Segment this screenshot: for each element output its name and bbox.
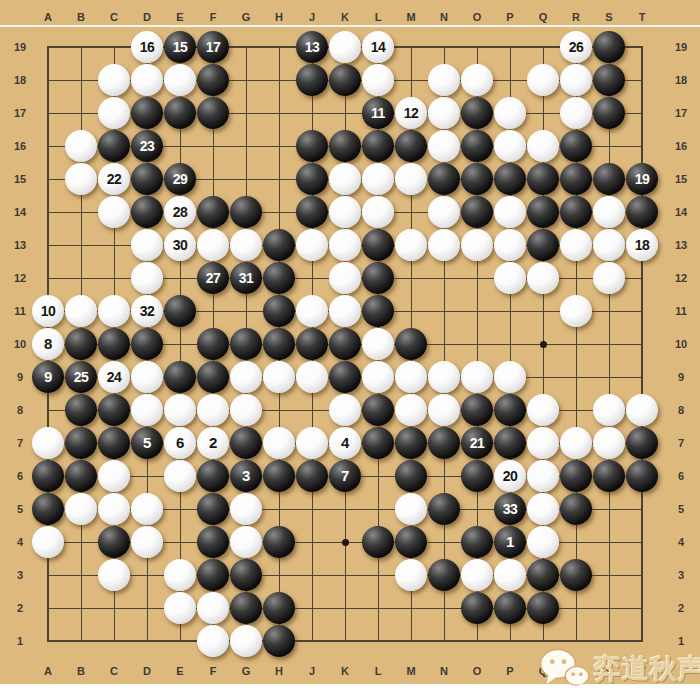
stone xyxy=(164,64,196,96)
stone xyxy=(560,493,592,525)
stone xyxy=(197,97,229,129)
row-label-right: 14 xyxy=(668,206,694,218)
stone xyxy=(329,295,361,327)
stone xyxy=(131,64,163,96)
column-label-bottom: M xyxy=(401,665,421,677)
stone: 20 xyxy=(494,460,526,492)
move-number: 31 xyxy=(239,271,254,285)
stone: 18 xyxy=(626,229,658,261)
stone xyxy=(395,163,427,195)
stone xyxy=(230,361,262,393)
column-label-top: D xyxy=(137,11,157,23)
move-number: 23 xyxy=(140,139,155,153)
column-label-bottom: J xyxy=(302,665,322,677)
stone xyxy=(65,460,97,492)
stone xyxy=(626,394,658,426)
stone xyxy=(461,526,493,558)
stone xyxy=(164,592,196,624)
stone xyxy=(164,394,196,426)
stone xyxy=(131,328,163,360)
stone xyxy=(527,394,559,426)
row-label-right: 10 xyxy=(668,338,694,350)
stone xyxy=(263,427,295,459)
row-label-right: 19 xyxy=(668,41,694,53)
row-label-left: 5 xyxy=(8,503,32,515)
stone xyxy=(428,229,460,261)
stone xyxy=(593,31,625,63)
stone xyxy=(593,163,625,195)
grid-line-horizontal xyxy=(47,640,643,642)
stone xyxy=(230,625,262,657)
stone xyxy=(428,559,460,591)
stone xyxy=(395,427,427,459)
stone xyxy=(131,526,163,558)
stone xyxy=(395,526,427,558)
stone: 30 xyxy=(164,229,196,261)
stone: 6 xyxy=(164,427,196,459)
stone xyxy=(65,394,97,426)
stone xyxy=(329,64,361,96)
move-number: 20 xyxy=(503,469,518,483)
column-label-bottom: H xyxy=(269,665,289,677)
stone xyxy=(296,130,328,162)
stone xyxy=(329,361,361,393)
move-number: 32 xyxy=(140,304,155,318)
stone: 8 xyxy=(32,328,64,360)
column-label-top: G xyxy=(236,11,256,23)
stone: 12 xyxy=(395,97,427,129)
stone: 7 xyxy=(329,460,361,492)
stone xyxy=(263,328,295,360)
stone xyxy=(296,460,328,492)
stone xyxy=(230,394,262,426)
stone xyxy=(329,163,361,195)
stone xyxy=(98,196,130,228)
grid-line-vertical xyxy=(641,46,643,642)
stone xyxy=(296,196,328,228)
move-number: 10 xyxy=(41,304,56,318)
row-label-left: 18 xyxy=(8,74,32,86)
column-label-top: A xyxy=(38,11,58,23)
stone: 9 xyxy=(32,361,64,393)
stone xyxy=(329,262,361,294)
stone xyxy=(428,427,460,459)
stone xyxy=(461,592,493,624)
stone xyxy=(461,361,493,393)
stone xyxy=(65,163,97,195)
stone xyxy=(98,394,130,426)
stone xyxy=(560,130,592,162)
move-number: 5 xyxy=(143,436,151,450)
stone: 1 xyxy=(494,526,526,558)
watermark-text: 弈道秋声 xyxy=(594,651,700,687)
stone: 26 xyxy=(560,31,592,63)
move-number: 22 xyxy=(107,172,122,186)
stone: 28 xyxy=(164,196,196,228)
stone xyxy=(230,229,262,261)
stone xyxy=(494,592,526,624)
row-label-right: 15 xyxy=(668,173,694,185)
stone: 32 xyxy=(131,295,163,327)
column-label-top: B xyxy=(71,11,91,23)
stone xyxy=(428,64,460,96)
stone xyxy=(461,196,493,228)
stone xyxy=(560,64,592,96)
move-number: 27 xyxy=(206,271,221,285)
row-label-right: 2 xyxy=(668,602,694,614)
stone xyxy=(593,97,625,129)
stone xyxy=(428,97,460,129)
stone xyxy=(527,526,559,558)
row-label-right: 18 xyxy=(668,74,694,86)
stone xyxy=(65,493,97,525)
stone xyxy=(329,394,361,426)
column-label-top: E xyxy=(170,11,190,23)
stone xyxy=(428,196,460,228)
stone xyxy=(230,559,262,591)
stone xyxy=(527,427,559,459)
stone xyxy=(593,460,625,492)
column-label-top: L xyxy=(368,11,388,23)
stone: 16 xyxy=(131,31,163,63)
stone xyxy=(527,262,559,294)
go-board: AA1919BB1818CC1717DD1616EE1515FF1414GG13… xyxy=(0,0,700,700)
stone xyxy=(593,394,625,426)
stone xyxy=(494,394,526,426)
stone xyxy=(98,526,130,558)
row-label-left: 14 xyxy=(8,206,32,218)
row-label-right: 17 xyxy=(668,107,694,119)
star-point xyxy=(540,341,547,348)
stone xyxy=(263,592,295,624)
stone xyxy=(98,64,130,96)
stone xyxy=(494,262,526,294)
column-label-bottom: P xyxy=(500,665,520,677)
stone xyxy=(65,328,97,360)
stone: 5 xyxy=(131,427,163,459)
stone: 24 xyxy=(98,361,130,393)
row-label-right: 4 xyxy=(668,536,694,548)
move-number: 16 xyxy=(140,40,155,54)
column-label-bottom: L xyxy=(368,665,388,677)
stone xyxy=(461,460,493,492)
stone xyxy=(362,130,394,162)
stone xyxy=(362,328,394,360)
move-number: 29 xyxy=(173,172,188,186)
stone xyxy=(197,592,229,624)
stone xyxy=(593,64,625,96)
stone xyxy=(329,229,361,261)
stone xyxy=(98,559,130,591)
stone xyxy=(626,460,658,492)
stone xyxy=(131,262,163,294)
move-number: 12 xyxy=(404,106,419,120)
stone xyxy=(329,196,361,228)
stone xyxy=(230,328,262,360)
stone xyxy=(461,97,493,129)
wechat-bubbles-icon xyxy=(538,647,590,691)
stone xyxy=(164,295,196,327)
stone: 33 xyxy=(494,493,526,525)
stone: 19 xyxy=(626,163,658,195)
stone xyxy=(329,328,361,360)
stone xyxy=(197,526,229,558)
stone xyxy=(197,493,229,525)
stone xyxy=(494,559,526,591)
column-label-top: R xyxy=(566,11,586,23)
column-label-top: P xyxy=(500,11,520,23)
column-label-top: J xyxy=(302,11,322,23)
row-label-left: 12 xyxy=(8,272,32,284)
move-number: 6 xyxy=(176,436,184,450)
stone xyxy=(560,163,592,195)
stone xyxy=(527,559,559,591)
stone xyxy=(494,427,526,459)
stone xyxy=(296,229,328,261)
stone xyxy=(395,394,427,426)
move-number: 25 xyxy=(74,370,89,384)
stone xyxy=(131,163,163,195)
stone xyxy=(527,130,559,162)
stone xyxy=(560,295,592,327)
row-label-left: 3 xyxy=(8,569,32,581)
move-number: 30 xyxy=(173,238,188,252)
stone xyxy=(65,130,97,162)
stone: 13 xyxy=(296,31,328,63)
stone: 23 xyxy=(131,130,163,162)
stone xyxy=(461,394,493,426)
stone xyxy=(626,196,658,228)
stone xyxy=(560,196,592,228)
stone xyxy=(197,394,229,426)
stone xyxy=(98,295,130,327)
stone xyxy=(428,394,460,426)
column-label-bottom: K xyxy=(335,665,355,677)
move-number: 19 xyxy=(635,172,650,186)
stone xyxy=(296,295,328,327)
stone xyxy=(527,163,559,195)
stone: 14 xyxy=(362,31,394,63)
stone xyxy=(197,229,229,261)
stone xyxy=(362,229,394,261)
stone: 27 xyxy=(197,262,229,294)
column-label-bottom: D xyxy=(137,665,157,677)
stone xyxy=(626,427,658,459)
stone xyxy=(329,31,361,63)
stone xyxy=(362,526,394,558)
stone xyxy=(494,97,526,129)
stone xyxy=(362,361,394,393)
stone xyxy=(593,262,625,294)
stone xyxy=(263,460,295,492)
column-label-top: T xyxy=(632,11,652,23)
stone xyxy=(32,427,64,459)
stone xyxy=(197,625,229,657)
move-number: 4 xyxy=(341,436,349,450)
row-label-left: 9 xyxy=(8,371,32,383)
row-label-left: 4 xyxy=(8,536,32,548)
go-game-diagram: AA1919BB1818CC1717DD1616EE1515FF1414GG13… xyxy=(0,0,700,700)
row-label-left: 6 xyxy=(8,470,32,482)
column-label-bottom: A xyxy=(38,665,58,677)
row-label-left: 8 xyxy=(8,404,32,416)
stone xyxy=(32,460,64,492)
column-label-top: H xyxy=(269,11,289,23)
stone xyxy=(560,97,592,129)
row-label-right: 11 xyxy=(668,305,694,317)
stone: 29 xyxy=(164,163,196,195)
row-label-left: 13 xyxy=(8,239,32,251)
row-label-left: 7 xyxy=(8,437,32,449)
stone xyxy=(296,427,328,459)
stone xyxy=(428,130,460,162)
column-label-bottom: C xyxy=(104,665,124,677)
stone xyxy=(197,328,229,360)
stone xyxy=(395,328,427,360)
stone xyxy=(395,361,427,393)
row-label-right: 13 xyxy=(668,239,694,251)
column-label-top: N xyxy=(434,11,454,23)
row-label-left: 17 xyxy=(8,107,32,119)
stone xyxy=(362,262,394,294)
stone xyxy=(329,130,361,162)
stone xyxy=(98,97,130,129)
column-label-top: O xyxy=(467,11,487,23)
stone xyxy=(263,526,295,558)
row-label-right: 6 xyxy=(668,470,694,482)
stone xyxy=(230,526,262,558)
stone xyxy=(131,229,163,261)
stone xyxy=(560,460,592,492)
stone xyxy=(593,229,625,261)
stone xyxy=(230,196,262,228)
stone xyxy=(263,295,295,327)
move-number: 7 xyxy=(341,469,349,483)
watermark: 弈道秋声 xyxy=(538,646,698,692)
row-label-left: 11 xyxy=(8,305,32,317)
stone xyxy=(32,526,64,558)
column-label-bottom: F xyxy=(203,665,223,677)
stone xyxy=(197,559,229,591)
stone: 15 xyxy=(164,31,196,63)
stone xyxy=(527,493,559,525)
stone xyxy=(131,97,163,129)
move-number: 2 xyxy=(209,436,217,450)
stone xyxy=(560,427,592,459)
column-label-top: M xyxy=(401,11,421,23)
stone xyxy=(197,196,229,228)
stone xyxy=(461,163,493,195)
stone xyxy=(296,64,328,96)
stone xyxy=(296,163,328,195)
stone xyxy=(164,559,196,591)
stone xyxy=(32,493,64,525)
stone xyxy=(296,328,328,360)
row-label-left: 19 xyxy=(8,41,32,53)
stone xyxy=(131,361,163,393)
grid-line-vertical xyxy=(609,46,610,642)
stone xyxy=(362,295,394,327)
move-number: 26 xyxy=(569,40,584,54)
row-label-right: 16 xyxy=(668,140,694,152)
column-label-bottom: B xyxy=(71,665,91,677)
row-label-left: 2 xyxy=(8,602,32,614)
stone xyxy=(428,163,460,195)
stone: 25 xyxy=(65,361,97,393)
stone xyxy=(197,361,229,393)
move-number: 14 xyxy=(371,40,386,54)
stone xyxy=(362,427,394,459)
stone: 11 xyxy=(362,97,394,129)
row-label-right: 5 xyxy=(668,503,694,515)
stone: 2 xyxy=(197,427,229,459)
stone xyxy=(527,592,559,624)
stone xyxy=(593,196,625,228)
stone xyxy=(131,394,163,426)
star-point xyxy=(342,539,349,546)
stone xyxy=(527,460,559,492)
stone xyxy=(395,229,427,261)
move-number: 11 xyxy=(371,106,385,120)
stone: 4 xyxy=(329,427,361,459)
stone xyxy=(461,559,493,591)
move-number: 28 xyxy=(173,205,188,219)
stone xyxy=(527,64,559,96)
row-label-left: 10 xyxy=(8,338,32,350)
column-label-top: C xyxy=(104,11,124,23)
stone xyxy=(98,130,130,162)
stone: 10 xyxy=(32,295,64,327)
stone xyxy=(362,196,394,228)
stone xyxy=(560,229,592,261)
stone xyxy=(263,625,295,657)
stone: 3 xyxy=(230,460,262,492)
stone xyxy=(494,361,526,393)
stone xyxy=(461,64,493,96)
row-label-left: 15 xyxy=(8,173,32,185)
stone xyxy=(395,559,427,591)
row-label-right: 9 xyxy=(668,371,694,383)
stone xyxy=(98,328,130,360)
stone xyxy=(164,97,196,129)
row-label-right: 8 xyxy=(668,404,694,416)
move-number: 9 xyxy=(44,370,52,384)
stone: 31 xyxy=(230,262,262,294)
stone xyxy=(263,229,295,261)
stone xyxy=(197,460,229,492)
stone xyxy=(263,262,295,294)
row-label-right: 7 xyxy=(668,437,694,449)
stone xyxy=(395,493,427,525)
stone xyxy=(263,361,295,393)
stone xyxy=(461,229,493,261)
move-number: 18 xyxy=(635,238,650,252)
stone xyxy=(65,427,97,459)
stone xyxy=(362,163,394,195)
move-number: 15 xyxy=(173,40,188,54)
move-number: 17 xyxy=(206,40,221,54)
move-number: 8 xyxy=(44,337,52,351)
move-number: 33 xyxy=(503,502,518,516)
stone xyxy=(494,229,526,261)
row-label-left: 1 xyxy=(8,635,32,647)
row-label-right: 12 xyxy=(668,272,694,284)
stone xyxy=(527,196,559,228)
column-label-top: S xyxy=(599,11,619,23)
column-label-top: F xyxy=(203,11,223,23)
column-label-bottom: G xyxy=(236,665,256,677)
row-label-left: 16 xyxy=(8,140,32,152)
